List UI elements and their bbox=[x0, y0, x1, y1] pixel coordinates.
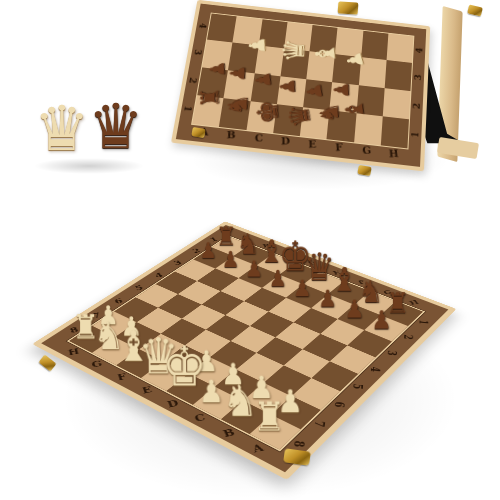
product-photo-stage: ABCDEFGH 4321 4321 ♟♛♝♟♟♟♟♟♟♟♜♞♚♛♞♝ ♛ ♛ … bbox=[0, 0, 500, 500]
piece-dark-knight-g1: ♞ bbox=[237, 230, 260, 258]
num-right-5: 5 bbox=[340, 379, 376, 395]
num-right-6: 6 bbox=[321, 397, 358, 413]
piece-light-rook-a8: ♜ bbox=[253, 397, 286, 437]
piece-dark-pawn-g2: ♟ bbox=[222, 248, 240, 270]
letter-near-C: C bbox=[180, 408, 220, 428]
folded-letter-F: F bbox=[326, 141, 354, 157]
lying-dark-pawn: ♟ bbox=[332, 81, 352, 98]
piece-dark-pawn-f2: ♟ bbox=[245, 258, 263, 280]
folded-letter-E: E bbox=[299, 138, 327, 154]
square-a2: ♟ bbox=[364, 315, 408, 341]
lying-dark-rook: ♜ bbox=[198, 87, 223, 109]
num-left-3: 3 bbox=[165, 254, 190, 271]
folded-letter-H: H bbox=[379, 148, 407, 164]
folded-letter-B: B bbox=[218, 129, 245, 144]
lying-dark-pawn: ♟ bbox=[303, 82, 325, 101]
piece-dark-pawn-a2: ♟ bbox=[371, 307, 392, 332]
folded-board: ABCDEFGH 4321 4321 ♟♛♝♟♟♟♟♟♟♟♜♞♚♛♞♝ bbox=[171, 0, 430, 171]
letter-near-E: E bbox=[128, 381, 166, 400]
letter-near-D: D bbox=[153, 394, 192, 413]
piece-dark-pawn-b2: ♟ bbox=[344, 296, 364, 321]
lying-dark-bishop: ♝ bbox=[341, 98, 367, 120]
main-board-side-clasp bbox=[39, 354, 57, 371]
piece-dark-pawn-d2: ♟ bbox=[293, 277, 312, 300]
lying-dark-pawn: ♟ bbox=[277, 77, 298, 94]
lying-light-pawn: ♟ bbox=[246, 36, 268, 55]
spare-light-queen: ♛ bbox=[34, 98, 90, 160]
piece-dark-pawn-h2: ♟ bbox=[200, 240, 218, 262]
lying-light-queen: ♛ bbox=[279, 38, 309, 63]
spare-dark-queen: ♛ bbox=[88, 96, 144, 158]
letter-near-A: A bbox=[237, 437, 279, 459]
num-right-1: 1 bbox=[408, 316, 440, 329]
letter-near-B: B bbox=[208, 422, 249, 443]
letter-near-H: H bbox=[56, 343, 92, 360]
num-right-3: 3 bbox=[376, 346, 410, 360]
piece-dark-rook-h1: ♜ bbox=[216, 224, 237, 249]
num-right-4: 4 bbox=[358, 362, 393, 377]
lying-dark-knight: ♞ bbox=[316, 102, 342, 124]
lying-dark-knight: ♞ bbox=[224, 94, 252, 117]
lying-light-pawn: ♟ bbox=[343, 50, 367, 70]
letter-near-F: F bbox=[103, 368, 140, 386]
folded-letter-D: D bbox=[272, 135, 300, 150]
piece-dark-pawn-e2: ♟ bbox=[269, 267, 287, 290]
lying-dark-pawn: ♟ bbox=[252, 71, 273, 89]
folded-letter-C: C bbox=[245, 132, 272, 147]
lying-dark-pawn: ♟ bbox=[227, 65, 248, 82]
lying-dark-king: ♚ bbox=[253, 99, 283, 125]
square-b4 bbox=[302, 334, 347, 362]
light-queen-glyph: ♛ bbox=[34, 92, 90, 165]
folded-board-frame: ABCDEFGH 4321 4321 ♟♛♝♟♟♟♟♟♟♟♜♞♚♛♞♝ bbox=[176, 4, 426, 167]
piece-dark-pawn-c2: ♟ bbox=[318, 287, 337, 310]
folded-letter-G: G bbox=[352, 144, 380, 160]
folded-top-clasp bbox=[338, 1, 359, 14]
lying-dark-queen: ♛ bbox=[284, 103, 315, 130]
piece-light-pawn-c8: ♟ bbox=[199, 377, 225, 408]
lying-light-bishop: ♝ bbox=[311, 42, 339, 65]
dark-queen-glyph: ♛ bbox=[88, 90, 144, 163]
